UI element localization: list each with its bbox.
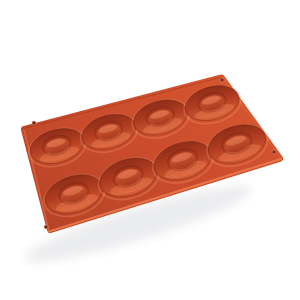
corner-hole [220,78,224,82]
corner-hole [44,225,48,229]
corner-hole [32,121,36,125]
corner-hole [272,150,276,154]
product-photo [0,0,300,300]
silicone-mold-photo [0,0,300,300]
